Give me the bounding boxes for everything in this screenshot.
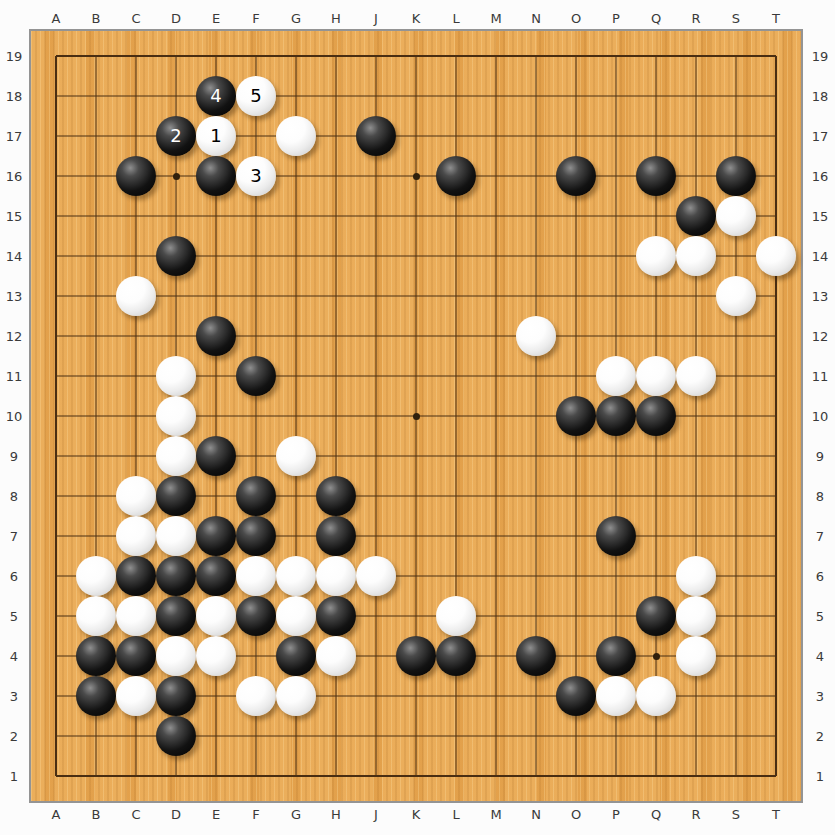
stone-black-D8[interactable] <box>156 476 196 516</box>
coord-label-right-18: 18 <box>812 90 829 103</box>
coord-label-left-16: 16 <box>6 170 23 183</box>
move-number: 4 <box>210 87 221 105</box>
stone-black-R15[interactable] <box>676 196 716 236</box>
coord-label-left-5: 5 <box>10 610 18 623</box>
coord-label-right-15: 15 <box>812 210 829 223</box>
coord-label-top-Q: Q <box>651 12 661 25</box>
coord-label-top-M: M <box>490 12 501 25</box>
stone-black-D2[interactable] <box>156 716 196 756</box>
stone-black-L16[interactable] <box>436 156 476 196</box>
stone-black-E16[interactable] <box>196 156 236 196</box>
stone-white-S15[interactable] <box>716 196 756 236</box>
stone-white-E17[interactable]: 1 <box>196 116 236 156</box>
stone-black-D14[interactable] <box>156 236 196 276</box>
go-diagram-screen: { "game": "go", "board": { "size": 19, "… <box>0 0 835 835</box>
stone-white-B6[interactable] <box>76 556 116 596</box>
stone-white-P3[interactable] <box>596 676 636 716</box>
coord-label-top-K: K <box>412 12 421 25</box>
stone-black-C16[interactable] <box>116 156 156 196</box>
stone-white-D9[interactable] <box>156 436 196 476</box>
stone-black-E12[interactable] <box>196 316 236 356</box>
coord-label-bottom-H: H <box>331 808 341 821</box>
stone-white-R6[interactable] <box>676 556 716 596</box>
coord-label-top-G: G <box>291 12 301 25</box>
stone-black-L4[interactable] <box>436 636 476 676</box>
coord-label-top-E: E <box>212 12 220 25</box>
coord-label-left-17: 17 <box>6 130 23 143</box>
coord-label-top-P: P <box>612 12 620 25</box>
coord-label-bottom-M: M <box>490 808 501 821</box>
stone-black-P4[interactable] <box>596 636 636 676</box>
stone-white-D11[interactable] <box>156 356 196 396</box>
coord-label-bottom-S: S <box>732 808 740 821</box>
stone-black-B4[interactable] <box>76 636 116 676</box>
stone-white-C3[interactable] <box>116 676 156 716</box>
stone-black-E9[interactable] <box>196 436 236 476</box>
stone-black-D17[interactable]: 2 <box>156 116 196 156</box>
coord-label-right-19: 19 <box>812 50 829 63</box>
stone-black-C4[interactable] <box>116 636 156 676</box>
stone-black-H7[interactable] <box>316 516 356 556</box>
stone-black-Q5[interactable] <box>636 596 676 636</box>
coord-label-bottom-E: E <box>212 808 220 821</box>
coord-label-right-6: 6 <box>816 570 824 583</box>
coord-label-top-A: A <box>52 12 61 25</box>
stone-black-O16[interactable] <box>556 156 596 196</box>
stone-black-J17[interactable] <box>356 116 396 156</box>
coord-label-right-9: 9 <box>816 450 824 463</box>
coord-label-left-7: 7 <box>10 530 18 543</box>
stone-white-G5[interactable] <box>276 596 316 636</box>
stone-white-R14[interactable] <box>676 236 716 276</box>
coord-label-bottom-K: K <box>412 808 421 821</box>
coord-label-top-F: F <box>252 12 259 25</box>
stone-white-J6[interactable] <box>356 556 396 596</box>
coord-label-bottom-N: N <box>531 808 541 821</box>
coord-label-bottom-J: J <box>374 808 378 821</box>
stone-white-C7[interactable] <box>116 516 156 556</box>
stone-white-L5[interactable] <box>436 596 476 636</box>
coord-label-top-T: T <box>772 12 780 25</box>
stone-black-K4[interactable] <box>396 636 436 676</box>
coord-label-left-3: 3 <box>10 690 18 703</box>
stone-white-R11[interactable] <box>676 356 716 396</box>
coord-label-right-1: 1 <box>816 770 824 783</box>
stone-white-F18[interactable]: 5 <box>236 76 276 116</box>
stone-white-F16[interactable]: 3 <box>236 156 276 196</box>
stone-black-E7[interactable] <box>196 516 236 556</box>
coord-label-bottom-T: T <box>772 808 780 821</box>
stone-white-D7[interactable] <box>156 516 196 556</box>
stone-white-F6[interactable] <box>236 556 276 596</box>
coord-label-top-R: R <box>691 12 700 25</box>
star-point-D16 <box>173 173 180 180</box>
move-number: 2 <box>170 127 181 145</box>
stone-black-E18[interactable]: 4 <box>196 76 236 116</box>
coord-label-right-14: 14 <box>812 250 829 263</box>
coord-label-right-10: 10 <box>812 410 829 423</box>
stone-black-D3[interactable] <box>156 676 196 716</box>
stone-black-F7[interactable] <box>236 516 276 556</box>
stone-white-T14[interactable] <box>756 236 796 276</box>
coord-label-bottom-F: F <box>252 808 259 821</box>
stone-white-F3[interactable] <box>236 676 276 716</box>
coord-label-top-L: L <box>452 12 459 25</box>
coord-label-left-6: 6 <box>10 570 18 583</box>
stone-black-B3[interactable] <box>76 676 116 716</box>
coord-label-left-19: 19 <box>6 50 23 63</box>
star-point-Q4 <box>653 653 660 660</box>
coord-label-top-N: N <box>531 12 541 25</box>
coord-label-left-11: 11 <box>6 370 23 383</box>
coord-label-right-2: 2 <box>816 730 824 743</box>
stone-black-F8[interactable] <box>236 476 276 516</box>
stone-white-S13[interactable] <box>716 276 756 316</box>
stone-black-C6[interactable] <box>116 556 156 596</box>
coord-label-bottom-B: B <box>92 808 101 821</box>
star-point-K10 <box>413 413 420 420</box>
coord-label-right-12: 12 <box>812 330 829 343</box>
coord-label-top-H: H <box>331 12 341 25</box>
coord-label-left-2: 2 <box>10 730 18 743</box>
coord-label-left-4: 4 <box>10 650 18 663</box>
stone-white-G9[interactable] <box>276 436 316 476</box>
coord-label-left-1: 1 <box>10 770 18 783</box>
move-number: 1 <box>210 127 221 145</box>
stone-white-B5[interactable] <box>76 596 116 636</box>
stone-white-D10[interactable] <box>156 396 196 436</box>
move-number: 3 <box>250 167 261 185</box>
star-point-K16 <box>413 173 420 180</box>
stone-white-E4[interactable] <box>196 636 236 676</box>
stone-black-E6[interactable] <box>196 556 236 596</box>
stone-white-H4[interactable] <box>316 636 356 676</box>
coord-label-top-D: D <box>171 12 181 25</box>
stone-black-D6[interactable] <box>156 556 196 596</box>
stone-black-P7[interactable] <box>596 516 636 556</box>
coord-label-top-O: O <box>571 12 581 25</box>
stone-black-G4[interactable] <box>276 636 316 676</box>
stone-white-C5[interactable] <box>116 596 156 636</box>
coord-label-bottom-O: O <box>571 808 581 821</box>
stone-white-G17[interactable] <box>276 116 316 156</box>
coord-label-left-15: 15 <box>6 210 23 223</box>
stone-white-E5[interactable] <box>196 596 236 636</box>
coord-label-bottom-G: G <box>291 808 301 821</box>
coord-label-right-13: 13 <box>812 290 829 303</box>
coord-label-left-18: 18 <box>6 90 23 103</box>
coord-label-right-4: 4 <box>816 650 824 663</box>
coord-label-right-5: 5 <box>816 610 824 623</box>
coord-label-bottom-P: P <box>612 808 620 821</box>
stone-black-O10[interactable] <box>556 396 596 436</box>
stone-white-R4[interactable] <box>676 636 716 676</box>
stone-white-G6[interactable] <box>276 556 316 596</box>
stone-white-C13[interactable] <box>116 276 156 316</box>
stone-black-D5[interactable] <box>156 596 196 636</box>
coord-label-right-17: 17 <box>812 130 829 143</box>
stone-black-H5[interactable] <box>316 596 356 636</box>
coord-label-bottom-C: C <box>131 808 140 821</box>
stone-black-Q10[interactable] <box>636 396 676 436</box>
stone-black-O3[interactable] <box>556 676 596 716</box>
move-number: 5 <box>250 87 261 105</box>
coord-label-top-S: S <box>732 12 740 25</box>
coord-label-right-3: 3 <box>816 690 824 703</box>
stone-black-F5[interactable] <box>236 596 276 636</box>
stone-black-P10[interactable] <box>596 396 636 436</box>
stone-white-C8[interactable] <box>116 476 156 516</box>
coord-label-bottom-R: R <box>691 808 700 821</box>
coord-label-bottom-A: A <box>52 808 61 821</box>
coord-label-right-16: 16 <box>812 170 829 183</box>
stone-black-N4[interactable] <box>516 636 556 676</box>
coord-label-top-J: J <box>374 12 378 25</box>
stone-white-D4[interactable] <box>156 636 196 676</box>
coord-label-bottom-D: D <box>171 808 181 821</box>
coord-label-left-9: 9 <box>10 450 18 463</box>
stone-white-R5[interactable] <box>676 596 716 636</box>
coord-label-left-12: 12 <box>6 330 23 343</box>
stone-black-H8[interactable] <box>316 476 356 516</box>
goban[interactable]: 45213 <box>29 29 803 803</box>
coord-label-right-11: 11 <box>812 370 829 383</box>
stone-white-Q14[interactable] <box>636 236 676 276</box>
coord-label-left-13: 13 <box>6 290 23 303</box>
stone-white-Q11[interactable] <box>636 356 676 396</box>
stone-white-P11[interactable] <box>596 356 636 396</box>
stone-white-Q3[interactable] <box>636 676 676 716</box>
coord-label-left-14: 14 <box>6 250 23 263</box>
coord-label-right-8: 8 <box>816 490 824 503</box>
coord-label-right-7: 7 <box>816 530 824 543</box>
stone-white-H6[interactable] <box>316 556 356 596</box>
stone-black-S16[interactable] <box>716 156 756 196</box>
stone-black-F11[interactable] <box>236 356 276 396</box>
coord-label-top-B: B <box>92 12 101 25</box>
coord-label-bottom-Q: Q <box>651 808 661 821</box>
coord-label-bottom-L: L <box>452 808 459 821</box>
coord-label-top-C: C <box>131 12 140 25</box>
stone-white-G3[interactable] <box>276 676 316 716</box>
coord-label-left-10: 10 <box>6 410 23 423</box>
stone-black-Q16[interactable] <box>636 156 676 196</box>
coord-label-left-8: 8 <box>10 490 18 503</box>
stone-white-N12[interactable] <box>516 316 556 356</box>
